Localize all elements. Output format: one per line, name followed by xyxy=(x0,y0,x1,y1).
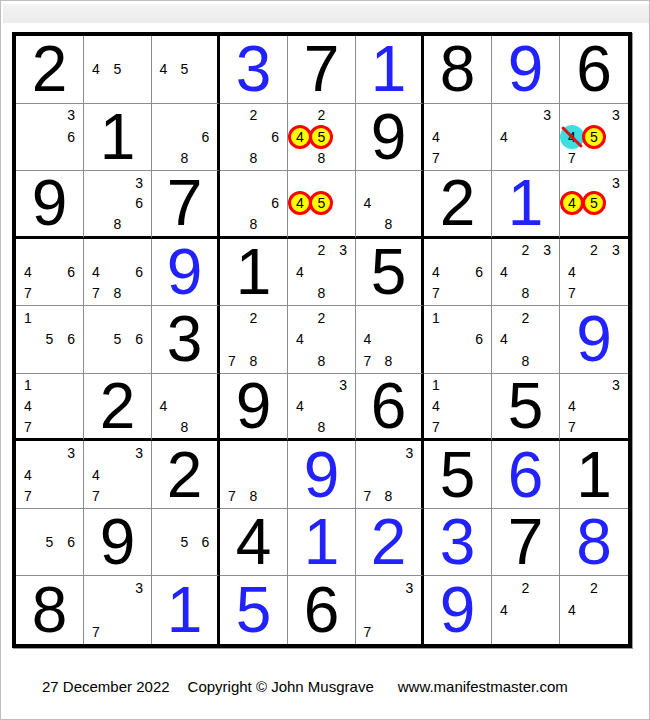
candidate-pos-8 xyxy=(447,350,469,372)
candidate-pos-4: 4 xyxy=(85,261,107,283)
candidate-pos-8 xyxy=(447,416,469,437)
candidate-pos-3 xyxy=(264,442,286,464)
cell-r6c4[interactable]: 9 xyxy=(220,374,288,442)
candidate-pos-5 xyxy=(378,193,399,214)
candidate-pos-9 xyxy=(60,283,82,305)
candidate-grid: 348 xyxy=(289,375,354,438)
given-digit: 9 xyxy=(16,171,83,236)
candidate-pos-1 xyxy=(85,442,107,464)
candidate-digit: 4 xyxy=(500,603,508,617)
candidate-grid: 37 xyxy=(85,577,150,643)
cell-r2c5[interactable]: 2458 xyxy=(288,104,356,172)
candidate-pos-1 xyxy=(153,375,174,396)
cell-r4c5[interactable]: 2348 xyxy=(288,239,356,307)
candidate-pos-4: 4 xyxy=(289,261,311,283)
candidate-digit: 8 xyxy=(385,217,393,231)
candidate-pos-6 xyxy=(399,599,420,621)
candidate-pos-3: 3 xyxy=(128,577,150,599)
candidate-pos-2 xyxy=(583,105,605,127)
candidate-digit: 4 xyxy=(364,332,372,346)
candidate-pos-5 xyxy=(583,261,605,283)
candidate-pos-9 xyxy=(536,621,558,643)
candidate-pos-2: 2 xyxy=(243,307,265,329)
candidate-pos-2 xyxy=(447,105,469,127)
given-digit: 3 xyxy=(152,306,217,373)
candidate-pos-6 xyxy=(399,464,420,486)
candidate-pos-2 xyxy=(39,105,61,127)
candidate-digit: 1 xyxy=(432,378,440,392)
candidate-pos-2 xyxy=(39,307,61,329)
candidate-pos-3: 3 xyxy=(605,172,627,193)
candidate-digit: 8 xyxy=(250,217,258,231)
candidate-grid: 2348 xyxy=(493,240,558,305)
candidate-pos-5 xyxy=(447,396,469,417)
cell-r6c6[interactable]: 6 xyxy=(356,374,424,442)
candidate-digit: 7 xyxy=(24,420,32,434)
candidate-pos-8 xyxy=(583,621,605,643)
candidate-pos-9 xyxy=(128,621,150,643)
candidate-pos-5 xyxy=(515,329,537,351)
cell-r1c2[interactable]: 45 xyxy=(84,36,152,104)
candidate-pos-5 xyxy=(311,329,333,351)
cell-r9c7[interactable]: 9 xyxy=(424,576,492,644)
cell-r7c2[interactable]: 347 xyxy=(84,441,152,509)
candidate-digit: 3 xyxy=(135,581,143,595)
candidate-pos-7 xyxy=(493,148,515,170)
candidate-digit: 8 xyxy=(318,151,326,165)
candidate-pos-6 xyxy=(536,126,558,148)
candidate-pos-3 xyxy=(60,510,82,532)
candidate-pos-3: 3 xyxy=(60,442,82,464)
candidate-digit: 7 xyxy=(24,489,32,503)
candidate-pos-6 xyxy=(468,126,490,148)
candidate-pos-2 xyxy=(174,37,195,59)
candidate-pos-3: 3 xyxy=(399,577,420,599)
candidate-digit: 5 xyxy=(318,196,326,210)
cell-r7c8[interactable]: 6 xyxy=(492,441,560,509)
cell-r3c4[interactable]: 68 xyxy=(220,171,288,239)
candidate-pos-8 xyxy=(583,214,605,235)
candidate-pos-7 xyxy=(153,80,174,102)
candidate-pos-2 xyxy=(447,375,469,396)
cell-r9c4[interactable]: 5 xyxy=(220,576,288,644)
cell-r8c4[interactable]: 4 xyxy=(220,509,288,577)
candidate-pos-5 xyxy=(447,261,469,283)
cell-r1c9[interactable]: 6 xyxy=(560,36,628,104)
candidate-digit: 6 xyxy=(67,130,75,144)
candidate-grid: 347 xyxy=(17,442,82,507)
cell-r5c1[interactable]: 156 xyxy=(16,306,84,374)
candidate-pos-2 xyxy=(515,105,537,127)
cell-r1c8[interactable]: 9 xyxy=(492,36,560,104)
candidate-pos-2: 2 xyxy=(311,307,333,329)
cell-r6c7[interactable]: 147 xyxy=(424,374,492,442)
candidate-digit: 8 xyxy=(114,217,122,231)
candidate-pos-7 xyxy=(493,283,515,305)
cell-r5c3[interactable]: 3 xyxy=(152,306,220,374)
cell-r1c7[interactable]: 8 xyxy=(424,36,492,104)
cell-r3c7[interactable]: 2 xyxy=(424,171,492,239)
cell-r9c1[interactable]: 8 xyxy=(16,576,84,644)
candidate-pos-2 xyxy=(39,240,61,262)
candidate-pos-9 xyxy=(332,416,354,437)
candidate-pos-4: 4 xyxy=(289,126,311,148)
candidate-pos-8 xyxy=(174,80,195,102)
candidate-pos-2: 2 xyxy=(311,240,333,262)
candidate-digit: 3 xyxy=(339,378,347,392)
candidate-pos-1 xyxy=(289,240,311,262)
cell-r9c5[interactable]: 6 xyxy=(288,576,356,644)
candidate-pos-5 xyxy=(107,261,129,283)
candidate-pos-8: 8 xyxy=(378,485,399,507)
candidate-digit: 5 xyxy=(590,130,598,144)
candidate-grid: 78 xyxy=(221,442,286,507)
candidate-pos-1 xyxy=(289,172,311,193)
candidate-digit: 8 xyxy=(318,420,326,434)
cell-r8c2[interactable]: 9 xyxy=(84,509,152,577)
candidate-pos-1 xyxy=(357,442,378,464)
candidate-pos-8 xyxy=(447,283,469,305)
cell-r7c4[interactable]: 78 xyxy=(220,441,288,509)
cell-r2c3[interactable]: 68 xyxy=(152,104,220,172)
candidate-pos-3 xyxy=(468,375,490,396)
candidate-pos-3: 3 xyxy=(332,375,354,396)
candidate-pos-4 xyxy=(357,599,378,621)
cell-r9c2[interactable]: 37 xyxy=(84,576,152,644)
cell-r4c8[interactable]: 2348 xyxy=(492,239,560,307)
cell-r1c1[interactable]: 2 xyxy=(16,36,84,104)
candidate-grid: 3457 xyxy=(561,105,627,170)
candidate-pos-8 xyxy=(39,283,61,305)
candidate-digit: 5 xyxy=(318,130,326,144)
candidate-pos-2 xyxy=(39,442,61,464)
cell-r2c2[interactable]: 1 xyxy=(84,104,152,172)
candidate-digit: 5 xyxy=(114,332,122,346)
cell-r5c8[interactable]: 248 xyxy=(492,306,560,374)
candidate-pos-6: 6 xyxy=(264,126,286,148)
candidate-pos-6 xyxy=(536,599,558,621)
candidate-pos-5 xyxy=(583,599,605,621)
candidate-pos-9 xyxy=(399,214,420,235)
candidate-digit: 4 xyxy=(160,399,168,413)
candidate-pos-7 xyxy=(17,350,39,372)
cell-r8c5[interactable]: 1 xyxy=(288,509,356,577)
cell-r6c1[interactable]: 147 xyxy=(16,374,84,442)
candidate-pos-6 xyxy=(195,396,216,417)
candidate-pos-5 xyxy=(583,396,605,417)
candidate-pos-3 xyxy=(332,105,354,127)
candidate-pos-7 xyxy=(561,214,583,235)
candidate-pos-1 xyxy=(425,240,447,262)
candidate-pos-9 xyxy=(128,350,150,372)
candidate-pos-3 xyxy=(60,375,82,396)
candidate-pos-5 xyxy=(515,126,537,148)
given-digit: 8 xyxy=(424,36,491,103)
solved-digit: 2 xyxy=(356,509,421,576)
candidate-pos-3 xyxy=(536,307,558,329)
candidate-digit: 7 xyxy=(364,354,372,368)
candidate-pos-4: 4 xyxy=(561,396,583,417)
cell-r7c6[interactable]: 378 xyxy=(356,441,424,509)
candidate-pos-1 xyxy=(17,510,39,532)
cell-r8c6[interactable]: 2 xyxy=(356,509,424,577)
cell-r5c9[interactable]: 9 xyxy=(560,306,628,374)
candidate-digit: 4 xyxy=(500,265,508,279)
candidate-grid: 56 xyxy=(85,307,150,372)
candidate-pos-8: 8 xyxy=(378,350,399,372)
candidate-pos-2 xyxy=(107,577,129,599)
candidate-digit: 8 xyxy=(114,286,122,300)
cell-r3c5[interactable]: 45 xyxy=(288,171,356,239)
candidate-pos-9 xyxy=(128,214,150,235)
candidate-pos-9 xyxy=(128,485,150,507)
cell-r8c9[interactable]: 8 xyxy=(560,509,628,577)
cell-r6c8[interactable]: 5 xyxy=(492,374,560,442)
candidate-grid: 347 xyxy=(561,375,627,438)
candidate-digit: 6 xyxy=(67,535,75,549)
cell-r8c3[interactable]: 56 xyxy=(152,509,220,577)
candidate-pos-5 xyxy=(378,464,399,486)
candidate-pos-4 xyxy=(153,126,174,148)
candidate-pos-3: 3 xyxy=(399,442,420,464)
candidate-pos-6 xyxy=(468,396,490,417)
given-digit: 6 xyxy=(560,36,628,103)
candidate-grid: 347 xyxy=(85,442,150,507)
candidate-pos-2 xyxy=(447,240,469,262)
candidate-pos-5 xyxy=(107,464,129,486)
cell-r2c1[interactable]: 36 xyxy=(16,104,84,172)
candidate-digit: 8 xyxy=(250,489,258,503)
sudoku-grid: 2454537189636168268245894734345793687684… xyxy=(12,32,632,648)
cell-r8c8[interactable]: 7 xyxy=(492,509,560,577)
cell-r3c9[interactable]: 345 xyxy=(560,171,628,239)
candidate-pos-6 xyxy=(605,396,627,417)
candidate-pos-5: 5 xyxy=(311,126,333,148)
given-digit: 4 xyxy=(220,509,287,576)
cell-r4c3[interactable]: 9 xyxy=(152,239,220,307)
candidate-digit: 2 xyxy=(522,581,530,595)
cell-r3c8[interactable]: 1 xyxy=(492,171,560,239)
candidate-digit: 6 xyxy=(202,535,210,549)
cell-r9c8[interactable]: 24 xyxy=(492,576,560,644)
cell-r8c1[interactable]: 56 xyxy=(16,509,84,577)
candidate-grid: 467 xyxy=(425,240,490,305)
candidate-digit: 5 xyxy=(181,535,189,549)
candidate-pos-3 xyxy=(264,172,286,193)
candidate-pos-1 xyxy=(85,240,107,262)
cell-r7c5[interactable]: 9 xyxy=(288,441,356,509)
given-digit: 7 xyxy=(288,36,355,103)
candidate-pos-1 xyxy=(17,442,39,464)
cell-r4c1[interactable]: 467 xyxy=(16,239,84,307)
cell-r3c6[interactable]: 48 xyxy=(356,171,424,239)
candidate-pos-1 xyxy=(221,105,243,127)
candidate-digit: 3 xyxy=(612,108,620,122)
candidate-pos-5 xyxy=(39,396,61,417)
cell-r5c4[interactable]: 278 xyxy=(220,306,288,374)
cell-r9c9[interactable]: 24 xyxy=(560,576,628,644)
cell-r6c9[interactable]: 347 xyxy=(560,374,628,442)
cell-r4c7[interactable]: 467 xyxy=(424,239,492,307)
cell-r4c9[interactable]: 2347 xyxy=(560,239,628,307)
cell-r6c2[interactable]: 2 xyxy=(84,374,152,442)
cell-r9c3[interactable]: 1 xyxy=(152,576,220,644)
candidate-pos-5 xyxy=(311,396,333,417)
candidate-grid: 378 xyxy=(357,442,420,507)
candidate-pos-1 xyxy=(221,442,243,464)
candidate-pos-4 xyxy=(85,193,107,214)
solved-digit: 1 xyxy=(356,36,421,103)
candidate-pos-2 xyxy=(174,105,195,127)
candidate-pos-1 xyxy=(493,577,515,599)
solved-digit: 1 xyxy=(152,576,217,644)
candidate-pos-2 xyxy=(583,375,605,396)
candidate-pos-9 xyxy=(468,283,490,305)
cell-r7c3[interactable]: 2 xyxy=(152,441,220,509)
cell-r4c2[interactable]: 4678 xyxy=(84,239,152,307)
cell-r2c8[interactable]: 34 xyxy=(492,104,560,172)
cell-r2c7[interactable]: 47 xyxy=(424,104,492,172)
candidate-pos-3: 3 xyxy=(605,240,627,262)
candidate-pos-3 xyxy=(128,307,150,329)
candidate-digit: 8 xyxy=(318,354,326,368)
candidate-pos-6 xyxy=(332,329,354,351)
candidate-digit: 3 xyxy=(339,243,347,257)
cell-r5c5[interactable]: 248 xyxy=(288,306,356,374)
candidate-pos-7 xyxy=(85,80,107,102)
candidate-digit: 3 xyxy=(67,108,75,122)
candidate-pos-2 xyxy=(107,37,129,59)
candidate-digit: 7 xyxy=(432,420,440,434)
candidate-pos-2: 2 xyxy=(583,240,605,262)
candidate-pos-2: 2 xyxy=(583,577,605,599)
cell-r5c6[interactable]: 478 xyxy=(356,306,424,374)
candidate-pos-1: 1 xyxy=(425,307,447,329)
candidate-pos-5 xyxy=(243,193,265,214)
candidate-digit: 4 xyxy=(568,265,576,279)
candidate-pos-8 xyxy=(107,350,129,372)
candidate-digit: 7 xyxy=(364,625,372,639)
cell-r1c6[interactable]: 1 xyxy=(356,36,424,104)
candidate-pos-9 xyxy=(264,350,286,372)
candidate-digit: 4 xyxy=(568,603,576,617)
candidate-pos-4: 4 xyxy=(357,329,378,351)
candidate-pos-4 xyxy=(221,193,243,214)
candidate-pos-3 xyxy=(468,307,490,329)
candidate-pos-6 xyxy=(536,261,558,283)
given-digit: 1 xyxy=(84,104,151,171)
given-digit: 1 xyxy=(220,239,287,306)
cell-r3c2[interactable]: 368 xyxy=(84,171,152,239)
candidate-pos-7 xyxy=(493,621,515,643)
cell-r4c6[interactable]: 5 xyxy=(356,239,424,307)
candidate-digit: 7 xyxy=(568,151,576,165)
candidate-grid: 34 xyxy=(493,105,558,170)
cell-r3c1[interactable]: 9 xyxy=(16,171,84,239)
candidate-digit: 2 xyxy=(590,243,598,257)
cell-r3c3[interactable]: 7 xyxy=(152,171,220,239)
candidate-digit: 3 xyxy=(406,446,414,460)
cell-r1c4[interactable]: 3 xyxy=(220,36,288,104)
candidate-pos-5: 5 xyxy=(107,59,129,81)
candidate-digit: 8 xyxy=(385,354,393,368)
candidate-pos-9 xyxy=(605,621,627,643)
cell-r7c9[interactable]: 1 xyxy=(560,441,628,509)
candidate-pos-2 xyxy=(107,240,129,262)
candidate-digit: 4 xyxy=(500,130,508,144)
candidate-pos-8: 8 xyxy=(311,148,333,170)
candidate-grid: 56 xyxy=(17,510,82,575)
candidate-digit: 4 xyxy=(432,130,440,144)
solved-digit: 9 xyxy=(560,306,628,373)
candidate-pos-5: 5 xyxy=(39,531,61,553)
candidate-digit: 7 xyxy=(92,489,100,503)
candidate-digit: 4 xyxy=(24,399,32,413)
candidate-pos-8 xyxy=(39,416,61,437)
candidate-digit: 6 xyxy=(135,332,143,346)
cell-r8c7[interactable]: 3 xyxy=(424,509,492,577)
candidate-digit: 5 xyxy=(114,62,122,76)
candidate-pos-2: 2 xyxy=(243,105,265,127)
cell-r2c4[interactable]: 268 xyxy=(220,104,288,172)
candidate-pos-4 xyxy=(85,329,107,351)
candidate-digit: 1 xyxy=(432,311,440,325)
candidate-digit: 3 xyxy=(67,446,75,460)
candidate-pos-4: 4 xyxy=(493,126,515,148)
cell-r6c5[interactable]: 348 xyxy=(288,374,356,442)
candidate-digit: 4 xyxy=(296,265,304,279)
candidate-pos-9 xyxy=(399,350,420,372)
candidate-digit: 5 xyxy=(46,535,54,549)
candidate-pos-5 xyxy=(39,464,61,486)
cell-r1c5[interactable]: 7 xyxy=(288,36,356,104)
given-digit: 9 xyxy=(356,104,421,171)
candidate-digit: 4 xyxy=(296,130,304,144)
candidate-pos-5 xyxy=(447,126,469,148)
candidate-pos-3 xyxy=(195,375,216,396)
candidate-digit: 2 xyxy=(318,108,326,122)
solved-digit: 6 xyxy=(492,441,559,508)
candidate-grid: 47 xyxy=(425,105,490,170)
candidate-pos-4 xyxy=(221,464,243,486)
candidate-pos-3 xyxy=(195,510,216,532)
cell-r9c6[interactable]: 37 xyxy=(356,576,424,644)
cell-r2c9[interactable]: 3457 xyxy=(560,104,628,172)
candidate-pos-6: 6 xyxy=(128,261,150,283)
candidate-pos-1 xyxy=(85,172,107,193)
candidate-pos-1 xyxy=(289,375,311,396)
candidate-digit: 4 xyxy=(24,468,32,482)
cell-r1c3[interactable]: 45 xyxy=(152,36,220,104)
cell-r5c2[interactable]: 56 xyxy=(84,306,152,374)
candidate-pos-6 xyxy=(399,329,420,351)
candidate-pos-8 xyxy=(39,485,61,507)
candidate-pos-8: 8 xyxy=(174,148,195,170)
cell-r7c7[interactable]: 5 xyxy=(424,441,492,509)
candidate-grid: 45 xyxy=(153,37,216,102)
candidate-pos-5 xyxy=(243,329,265,351)
cell-r6c3[interactable]: 48 xyxy=(152,374,220,442)
cell-r2c6[interactable]: 9 xyxy=(356,104,424,172)
cell-r7c1[interactable]: 347 xyxy=(16,441,84,509)
candidate-pos-9 xyxy=(60,350,82,372)
cell-r4c4[interactable]: 1 xyxy=(220,239,288,307)
cell-r5c7[interactable]: 16 xyxy=(424,306,492,374)
candidate-pos-5 xyxy=(447,329,469,351)
candidate-pos-8: 8 xyxy=(515,350,537,372)
candidate-pos-4 xyxy=(425,329,447,351)
candidate-pos-1 xyxy=(221,172,243,193)
